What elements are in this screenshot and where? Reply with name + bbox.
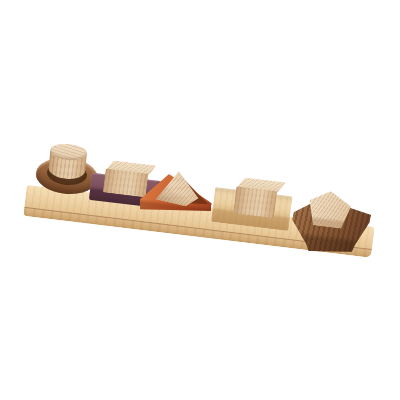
station-pentagon bbox=[288, 187, 377, 260]
station-square bbox=[210, 172, 299, 241]
station-triangle bbox=[137, 165, 217, 229]
product-photo-wooden-shape-sorter bbox=[0, 0, 400, 400]
cube-piece-front bbox=[233, 186, 277, 218]
